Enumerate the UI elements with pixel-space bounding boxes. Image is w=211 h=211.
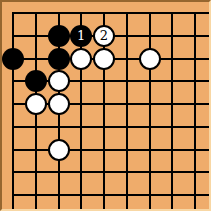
grid-line-vertical bbox=[126, 12, 128, 209]
stone-white bbox=[48, 139, 70, 161]
go-board-diagram: 12 bbox=[0, 0, 211, 211]
stone-black bbox=[25, 70, 47, 92]
stone-white bbox=[70, 48, 92, 70]
grid-line-vertical bbox=[149, 12, 151, 209]
stone-white bbox=[48, 70, 70, 92]
grid-line-horizontal bbox=[12, 171, 209, 173]
stone-black-move-1: 1 bbox=[70, 25, 92, 47]
stone-white bbox=[48, 93, 70, 115]
stone-black bbox=[48, 48, 70, 70]
grid-line-horizontal bbox=[12, 126, 209, 128]
grid-line-horizontal bbox=[12, 194, 209, 196]
stone-white bbox=[25, 93, 47, 115]
stone-white-move-2: 2 bbox=[93, 25, 115, 47]
stone-black bbox=[2, 48, 24, 70]
grid-line-vertical bbox=[194, 12, 196, 209]
stone-white bbox=[93, 48, 115, 70]
grid-line-vertical bbox=[171, 12, 173, 209]
stone-white bbox=[139, 48, 161, 70]
go-board: 12 bbox=[2, 2, 209, 209]
grid-line-horizontal bbox=[12, 149, 209, 151]
grid-line-horizontal bbox=[12, 12, 209, 14]
stone-black bbox=[48, 25, 70, 47]
grid-line-vertical bbox=[12, 12, 14, 209]
